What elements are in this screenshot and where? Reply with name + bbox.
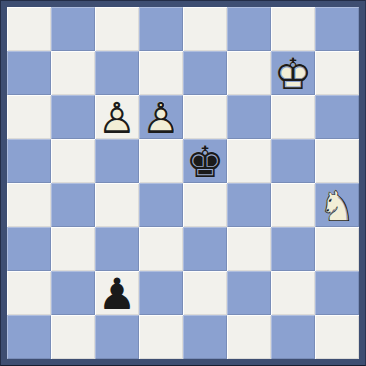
- square-d1[interactable]: [139, 315, 183, 359]
- square-a6[interactable]: [7, 95, 51, 139]
- square-a4[interactable]: [7, 183, 51, 227]
- square-g8[interactable]: [271, 7, 315, 51]
- white-pawn-d6[interactable]: ♟♙: [139, 95, 183, 139]
- square-h4[interactable]: ♞♘: [315, 183, 359, 227]
- square-h8[interactable]: [315, 7, 359, 51]
- square-h1[interactable]: [315, 315, 359, 359]
- square-e4[interactable]: [183, 183, 227, 227]
- square-a3[interactable]: [7, 227, 51, 271]
- square-g7[interactable]: ♚♔: [271, 51, 315, 95]
- square-h6[interactable]: [315, 95, 359, 139]
- white-pawn-c6[interactable]: ♟♙: [95, 95, 139, 139]
- square-d3[interactable]: [139, 227, 183, 271]
- square-d4[interactable]: [139, 183, 183, 227]
- square-h3[interactable]: [315, 227, 359, 271]
- square-g2[interactable]: [271, 271, 315, 315]
- square-e7[interactable]: [183, 51, 227, 95]
- piece-glyph-outline: ♔: [271, 51, 315, 95]
- square-h5[interactable]: [315, 139, 359, 183]
- square-f5[interactable]: [227, 139, 271, 183]
- square-c8[interactable]: [95, 7, 139, 51]
- square-g3[interactable]: [271, 227, 315, 271]
- square-c2[interactable]: ♟: [95, 271, 139, 315]
- square-d2[interactable]: [139, 271, 183, 315]
- square-f7[interactable]: [227, 51, 271, 95]
- square-e1[interactable]: [183, 315, 227, 359]
- piece-glyph-fill: ♚: [183, 139, 227, 183]
- square-a7[interactable]: [7, 51, 51, 95]
- square-b4[interactable]: [51, 183, 95, 227]
- square-d7[interactable]: [139, 51, 183, 95]
- square-c6[interactable]: ♟♙: [95, 95, 139, 139]
- square-f1[interactable]: [227, 315, 271, 359]
- square-e3[interactable]: [183, 227, 227, 271]
- chess-board: ♚♔♟♙♟♙♚♞♘♟: [7, 7, 359, 359]
- square-a8[interactable]: [7, 7, 51, 51]
- square-d5[interactable]: [139, 139, 183, 183]
- square-f4[interactable]: [227, 183, 271, 227]
- white-knight-h4[interactable]: ♞♘: [315, 183, 359, 227]
- black-king-e5[interactable]: ♚: [183, 139, 227, 183]
- square-f6[interactable]: [227, 95, 271, 139]
- square-f2[interactable]: [227, 271, 271, 315]
- board-frame: ♚♔♟♙♟♙♚♞♘♟: [0, 0, 366, 366]
- square-d6[interactable]: ♟♙: [139, 95, 183, 139]
- square-d8[interactable]: [139, 7, 183, 51]
- square-e5[interactable]: ♚: [183, 139, 227, 183]
- white-king-g7[interactable]: ♚♔: [271, 51, 315, 95]
- square-g4[interactable]: [271, 183, 315, 227]
- square-f8[interactable]: [227, 7, 271, 51]
- piece-glyph-outline: ♙: [139, 95, 183, 139]
- square-c4[interactable]: [95, 183, 139, 227]
- square-f3[interactable]: [227, 227, 271, 271]
- piece-glyph-outline: ♙: [95, 95, 139, 139]
- black-pawn-c2[interactable]: ♟: [95, 271, 139, 315]
- square-b5[interactable]: [51, 139, 95, 183]
- square-b6[interactable]: [51, 95, 95, 139]
- square-g5[interactable]: [271, 139, 315, 183]
- square-a5[interactable]: [7, 139, 51, 183]
- square-e8[interactable]: [183, 7, 227, 51]
- square-h2[interactable]: [315, 271, 359, 315]
- square-b7[interactable]: [51, 51, 95, 95]
- piece-glyph-fill: ♟: [95, 271, 139, 315]
- square-c5[interactable]: [95, 139, 139, 183]
- square-c3[interactable]: [95, 227, 139, 271]
- square-a2[interactable]: [7, 271, 51, 315]
- square-e2[interactable]: [183, 271, 227, 315]
- square-a1[interactable]: [7, 315, 51, 359]
- square-b2[interactable]: [51, 271, 95, 315]
- square-h7[interactable]: [315, 51, 359, 95]
- square-b3[interactable]: [51, 227, 95, 271]
- square-c1[interactable]: [95, 315, 139, 359]
- square-b1[interactable]: [51, 315, 95, 359]
- square-g6[interactable]: [271, 95, 315, 139]
- piece-glyph-outline: ♘: [315, 183, 359, 227]
- square-e6[interactable]: [183, 95, 227, 139]
- square-g1[interactable]: [271, 315, 315, 359]
- square-c7[interactable]: [95, 51, 139, 95]
- square-b8[interactable]: [51, 7, 95, 51]
